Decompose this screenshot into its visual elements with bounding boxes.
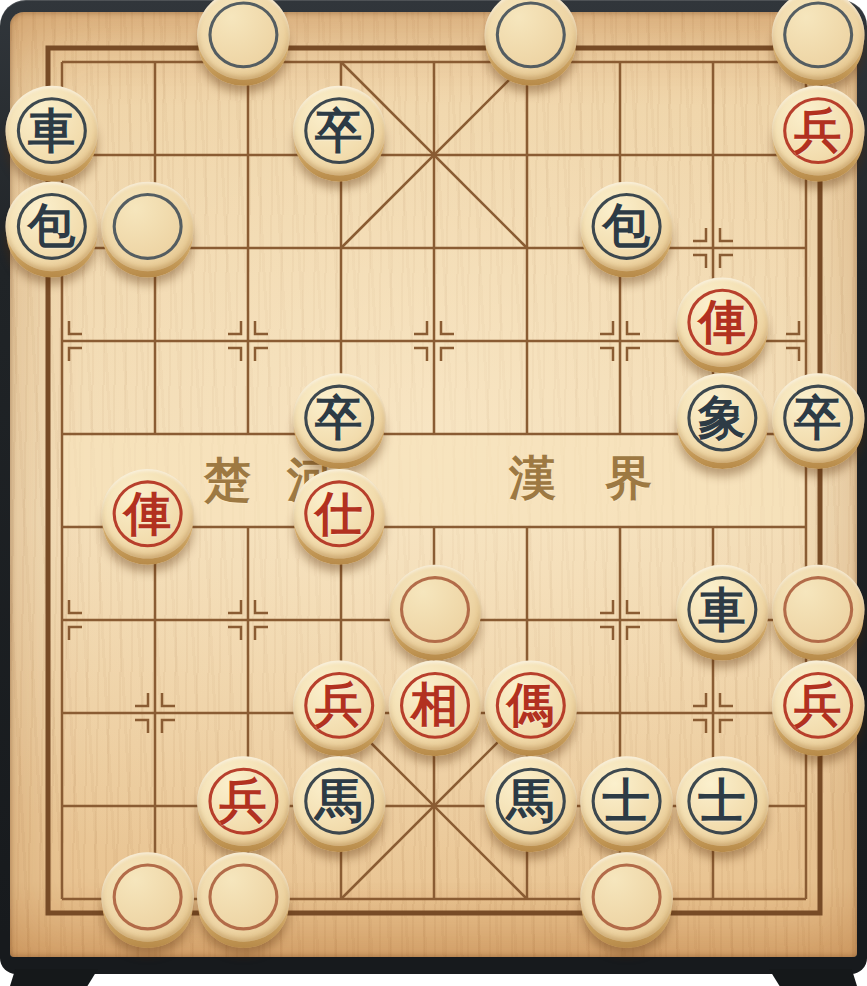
- board-foot-left: [10, 969, 98, 986]
- red-soldier-piece[interactable]: 兵: [292, 660, 385, 756]
- black-elephant-piece[interactable]: 象: [675, 373, 768, 469]
- piece-character: 包: [602, 201, 649, 248]
- piece-ring: [207, 1, 277, 68]
- piece-face: 士: [675, 756, 768, 846]
- piece-character: 馬: [506, 776, 553, 823]
- hidden-black-piece[interactable]: [483, 0, 576, 85]
- hidden-red-piece[interactable]: [388, 564, 481, 660]
- piece-ring: [399, 576, 469, 643]
- black-soldier-piece[interactable]: 卒: [292, 85, 385, 181]
- piece-character: 兵: [793, 105, 840, 152]
- piece-character: 車: [27, 105, 74, 152]
- piece-face: [100, 181, 193, 271]
- piece-character: 士: [698, 776, 745, 823]
- piece-face: 馬: [483, 756, 576, 846]
- piece-character: 卒: [793, 393, 840, 440]
- red-horse-piece[interactable]: 傌: [483, 660, 576, 756]
- hidden-red-piece[interactable]: [771, 564, 864, 660]
- piece-face: 包: [579, 181, 672, 271]
- board-foot-right: [769, 969, 857, 986]
- piece-character: 兵: [793, 680, 840, 727]
- hidden-black-piece[interactable]: [196, 0, 289, 85]
- piece-character: 俥: [698, 297, 745, 344]
- piece-face: 士: [579, 756, 672, 846]
- hidden-red-piece[interactable]: [100, 852, 193, 948]
- hidden-red-piece[interactable]: [196, 852, 289, 948]
- black-horse-piece[interactable]: 馬: [483, 756, 576, 852]
- piece-character: 馬: [315, 776, 362, 823]
- piece-ring: [782, 1, 852, 68]
- red-soldier-piece[interactable]: 兵: [196, 756, 289, 852]
- piece-face: [579, 852, 672, 942]
- red-soldier-piece[interactable]: 兵: [771, 85, 864, 181]
- piece-face: 包: [4, 181, 97, 271]
- black-soldier-piece[interactable]: 卒: [771, 373, 864, 469]
- piece-ring: [591, 863, 661, 930]
- red-chariot-piece[interactable]: 俥: [100, 469, 193, 565]
- black-cannon-piece[interactable]: 包: [579, 181, 672, 277]
- piece-face: 傌: [483, 660, 576, 750]
- piece-character: 士: [602, 776, 649, 823]
- piece-layer: 車卒兵包包俥卒象卒俥仕車兵相傌兵兵馬馬士士: [3, 0, 865, 947]
- black-horse-piece[interactable]: 馬: [292, 756, 385, 852]
- piece-face: [771, 564, 864, 654]
- piece-face: 卒: [292, 85, 385, 175]
- piece-ring: [782, 576, 852, 643]
- piece-face: 車: [4, 85, 97, 175]
- piece-face: 兵: [196, 756, 289, 846]
- piece-face: 兵: [771, 85, 864, 175]
- piece-character: 車: [698, 584, 745, 631]
- piece-face: [196, 852, 289, 942]
- piece-face: [388, 564, 481, 654]
- red-chariot-piece[interactable]: 俥: [675, 277, 768, 373]
- red-advisor-piece[interactable]: 仕: [292, 469, 385, 565]
- hidden-red-piece[interactable]: [579, 852, 672, 948]
- piece-ring: [495, 1, 565, 68]
- piece-ring: [112, 192, 182, 259]
- piece-character: 卒: [315, 105, 362, 152]
- piece-face: 車: [675, 564, 768, 654]
- black-chariot-piece[interactable]: 車: [675, 564, 768, 660]
- piece-face: 兵: [292, 660, 385, 750]
- piece-character: 俥: [123, 489, 170, 536]
- hidden-black-piece[interactable]: [100, 181, 193, 277]
- black-soldier-piece[interactable]: 卒: [292, 373, 385, 469]
- piece-character: 卒: [315, 393, 362, 440]
- red-elephant-piece[interactable]: 相: [388, 660, 481, 756]
- piece-character: 仕: [315, 489, 362, 536]
- piece-face: 俥: [675, 277, 768, 367]
- piece-character: 兵: [219, 776, 266, 823]
- hidden-black-piece[interactable]: [771, 0, 864, 85]
- piece-face: [100, 852, 193, 942]
- piece-character: 包: [27, 201, 74, 248]
- piece-ring: [112, 863, 182, 930]
- piece-face: 馬: [292, 756, 385, 846]
- xiangqi-board[interactable]: 楚河 漢界 車卒兵包包俥卒象卒俥仕車兵相傌兵兵馬馬士士: [0, 0, 867, 986]
- piece-face: 兵: [771, 660, 864, 750]
- piece-face: 卒: [292, 373, 385, 463]
- piece-face: 相: [388, 660, 481, 750]
- piece-character: 相: [410, 680, 457, 727]
- piece-face: 卒: [771, 373, 864, 463]
- piece-face: 仕: [292, 469, 385, 559]
- black-advisor-piece[interactable]: 士: [579, 756, 672, 852]
- black-chariot-piece[interactable]: 車: [4, 85, 97, 181]
- piece-character: 兵: [315, 680, 362, 727]
- piece-character: 傌: [506, 680, 553, 727]
- black-advisor-piece[interactable]: 士: [675, 756, 768, 852]
- piece-character: 象: [698, 393, 745, 440]
- piece-face: 象: [675, 373, 768, 463]
- piece-face: 俥: [100, 469, 193, 559]
- red-soldier-piece[interactable]: 兵: [771, 660, 864, 756]
- piece-ring: [207, 863, 277, 930]
- black-cannon-piece[interactable]: 包: [4, 181, 97, 277]
